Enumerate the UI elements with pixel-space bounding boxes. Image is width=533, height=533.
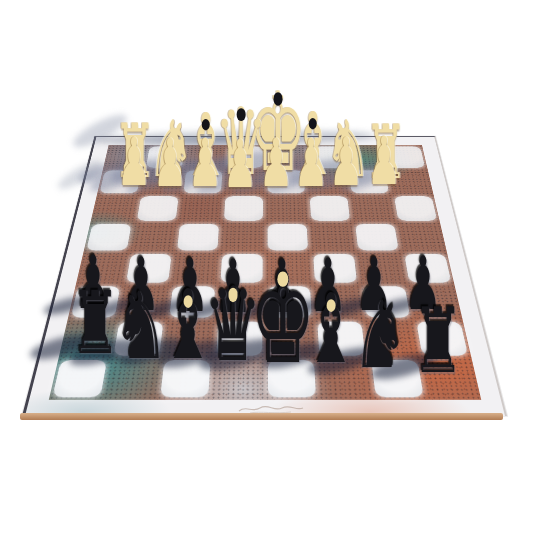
white-pawn-3[interactable]: ♟ (329, 138, 363, 190)
photo-scene: ♚♛♝♞♝♞♜♜♟♟♟♟♟♟♟♟♟♟♟♟♟♟♟♟♜♝♞♛♝♚♞♜ (0, 0, 533, 533)
contrast-finial (237, 108, 246, 120)
contrast-finial (326, 299, 335, 311)
black-king-1[interactable]: ♚ (251, 272, 316, 367)
white-pawn-1[interactable]: ♟ (367, 137, 401, 189)
black-knight-1[interactable]: ♞ (113, 290, 169, 363)
contrast-finial (228, 288, 238, 301)
contrast-finial (183, 295, 192, 307)
white-pawn-2[interactable]: ♟ (117, 138, 151, 190)
white-pawn-8[interactable]: ♟ (223, 140, 257, 192)
white-pawn-4[interactable]: ♟ (153, 139, 187, 191)
piece-layer: ♚♛♝♞♝♞♜♜♟♟♟♟♟♟♟♟♟♟♟♟♟♟♟♟♜♝♞♛♝♚♞♜ (0, 0, 533, 533)
contrast-finial (273, 92, 283, 106)
contrast-finial (278, 272, 289, 288)
white-pawn-5[interactable]: ♟ (188, 139, 222, 191)
black-rook-2[interactable]: ♜ (412, 307, 464, 377)
black-knight-2[interactable]: ♞ (352, 299, 408, 372)
white-pawn-6[interactable]: ♟ (259, 139, 293, 191)
white-pawn-7[interactable]: ♟ (294, 139, 328, 191)
